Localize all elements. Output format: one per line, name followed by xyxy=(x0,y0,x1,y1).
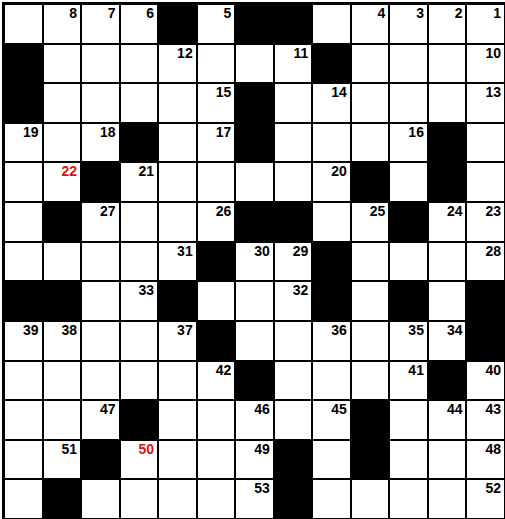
cell-r4c0[interactable] xyxy=(5,163,42,201)
cell-r5c2[interactable]: 27 xyxy=(82,203,119,241)
cell-r12c4[interactable] xyxy=(159,480,196,518)
clue-number-15: 15 xyxy=(216,84,232,100)
cell-r0c8[interactable] xyxy=(313,5,350,43)
cell-r6c3[interactable] xyxy=(121,243,158,281)
cell-r5c8[interactable] xyxy=(313,203,350,241)
cell-r4c10[interactable] xyxy=(390,163,427,201)
cell-r9c7[interactable] xyxy=(275,362,312,400)
cell-r0c0[interactable] xyxy=(5,5,42,43)
cell-r12c5[interactable] xyxy=(198,480,235,518)
cell-r1c7[interactable]: 11 xyxy=(275,45,312,83)
clue-number-24: 24 xyxy=(447,203,463,219)
cell-r1c2[interactable] xyxy=(82,45,119,83)
black-cell-r8c12 xyxy=(467,322,504,360)
black-cell-r7c0 xyxy=(5,282,42,320)
black-cell-r9c11 xyxy=(429,362,466,400)
cell-r3c12[interactable] xyxy=(467,124,504,162)
cell-r12c9[interactable] xyxy=(352,480,389,518)
cell-r6c11[interactable] xyxy=(429,243,466,281)
cell-r10c1[interactable] xyxy=(44,401,81,439)
clue-number-13: 13 xyxy=(485,84,501,100)
cell-r5c0[interactable] xyxy=(5,203,42,241)
black-cell-r5c7 xyxy=(275,203,312,241)
clue-number-17: 17 xyxy=(216,124,232,140)
cell-r10c0[interactable] xyxy=(5,401,42,439)
clue-number-35: 35 xyxy=(408,322,424,338)
cell-r9c5[interactable]: 42 xyxy=(198,362,235,400)
black-cell-r7c4 xyxy=(159,282,196,320)
cell-r2c9[interactable] xyxy=(352,84,389,122)
black-cell-r3c11 xyxy=(429,124,466,162)
clue-number-28: 28 xyxy=(485,243,501,259)
clue-number-48: 48 xyxy=(485,441,501,457)
cell-r10c5[interactable] xyxy=(198,401,235,439)
cell-r6c7[interactable]: 29 xyxy=(275,243,312,281)
clue-number-16: 16 xyxy=(408,124,424,140)
black-cell-r2c6 xyxy=(236,84,273,122)
clue-number-7: 7 xyxy=(108,5,116,21)
black-cell-r3c3 xyxy=(121,124,158,162)
cell-r7c6[interactable] xyxy=(236,282,273,320)
clue-number-47: 47 xyxy=(100,401,116,417)
cell-r9c1[interactable] xyxy=(44,362,81,400)
cell-r11c10[interactable] xyxy=(390,441,427,479)
cell-r10c12[interactable]: 43 xyxy=(467,401,504,439)
cell-r1c3[interactable] xyxy=(121,45,158,83)
page: 8765432112111015141319181716222120272625… xyxy=(0,0,505,519)
cell-r10c2[interactable]: 47 xyxy=(82,401,119,439)
cell-r7c5[interactable] xyxy=(198,282,235,320)
cell-r11c4[interactable] xyxy=(159,441,196,479)
cell-r6c0[interactable] xyxy=(5,243,42,281)
cell-r6c1[interactable] xyxy=(44,243,81,281)
black-cell-r7c12 xyxy=(467,282,504,320)
cell-r10c8[interactable]: 45 xyxy=(313,401,350,439)
black-cell-r7c10 xyxy=(390,282,427,320)
cell-r12c10[interactable] xyxy=(390,480,427,518)
cell-r2c3[interactable] xyxy=(121,84,158,122)
black-cell-r6c8 xyxy=(313,243,350,281)
cell-r11c6[interactable]: 49 xyxy=(236,441,273,479)
cell-r8c10[interactable]: 35 xyxy=(390,322,427,360)
cell-r4c1[interactable]: 22 xyxy=(44,163,81,201)
clue-number-12: 12 xyxy=(177,45,193,61)
cell-r1c1[interactable] xyxy=(44,45,81,83)
cell-r12c12[interactable]: 52 xyxy=(467,480,504,518)
cell-r0c10[interactable]: 3 xyxy=(390,5,427,43)
cell-r1c10[interactable] xyxy=(390,45,427,83)
cell-r12c3[interactable] xyxy=(121,480,158,518)
black-cell-r3c6 xyxy=(236,124,273,162)
clue-number-8: 8 xyxy=(69,5,77,21)
black-cell-r11c7 xyxy=(275,441,312,479)
cell-r11c12[interactable]: 48 xyxy=(467,441,504,479)
black-cell-r8c5 xyxy=(198,322,235,360)
clue-number-3: 3 xyxy=(416,5,424,21)
cell-r1c12[interactable]: 10 xyxy=(467,45,504,83)
clue-number-49: 49 xyxy=(254,441,270,457)
cell-r5c12[interactable]: 23 xyxy=(467,203,504,241)
black-cell-r0c4 xyxy=(159,5,196,43)
cell-r2c10[interactable] xyxy=(390,84,427,122)
cell-r3c9[interactable] xyxy=(352,124,389,162)
cell-r8c3[interactable] xyxy=(121,322,158,360)
cell-r5c5[interactable]: 26 xyxy=(198,203,235,241)
clue-number-39: 39 xyxy=(23,322,39,338)
clue-number-32: 32 xyxy=(293,282,309,298)
cell-r1c9[interactable] xyxy=(352,45,389,83)
clue-number-52: 52 xyxy=(485,480,501,496)
clue-number-43: 43 xyxy=(485,401,501,417)
cell-r6c12[interactable]: 28 xyxy=(467,243,504,281)
clue-number-41: 41 xyxy=(408,362,424,378)
cell-r0c5[interactable]: 5 xyxy=(198,5,235,43)
cell-r11c1[interactable]: 51 xyxy=(44,441,81,479)
clue-number-27: 27 xyxy=(100,203,116,219)
black-cell-r5c1 xyxy=(44,203,81,241)
cell-r9c4[interactable] xyxy=(159,362,196,400)
black-cell-r4c2 xyxy=(82,163,119,201)
black-cell-r4c9 xyxy=(352,163,389,201)
clue-number-21: 21 xyxy=(139,163,155,179)
clue-number-31: 31 xyxy=(177,243,193,259)
cell-r0c3[interactable]: 6 xyxy=(121,5,158,43)
cell-r3c10[interactable]: 16 xyxy=(390,124,427,162)
cell-r8c4[interactable]: 37 xyxy=(159,322,196,360)
cell-r2c11[interactable] xyxy=(429,84,466,122)
clue-number-14: 14 xyxy=(331,84,347,100)
clue-number-30: 30 xyxy=(254,243,270,259)
cell-r4c12[interactable] xyxy=(467,163,504,201)
cell-r5c9[interactable]: 25 xyxy=(352,203,389,241)
clue-number-38: 38 xyxy=(61,322,77,338)
cell-r4c6[interactable] xyxy=(236,163,273,201)
cell-r1c11[interactable] xyxy=(429,45,466,83)
cell-r5c4[interactable] xyxy=(159,203,196,241)
cell-r9c12[interactable]: 40 xyxy=(467,362,504,400)
cell-r8c1[interactable]: 38 xyxy=(44,322,81,360)
cell-r7c9[interactable] xyxy=(352,282,389,320)
cell-r9c8[interactable] xyxy=(313,362,350,400)
cell-r4c8[interactable]: 20 xyxy=(313,163,350,201)
clue-number-42: 42 xyxy=(216,362,232,378)
clue-number-37: 37 xyxy=(177,322,193,338)
cell-r2c5[interactable]: 15 xyxy=(198,84,235,122)
clue-number-34: 34 xyxy=(447,322,463,338)
clue-number-36: 36 xyxy=(331,322,347,338)
cell-r6c6[interactable]: 30 xyxy=(236,243,273,281)
black-cell-r7c8 xyxy=(313,282,350,320)
cell-r4c7[interactable] xyxy=(275,163,312,201)
cell-r7c7[interactable]: 32 xyxy=(275,282,312,320)
cell-r2c4[interactable] xyxy=(159,84,196,122)
black-cell-r0c6 xyxy=(236,5,273,43)
clue-number-29: 29 xyxy=(293,243,309,259)
black-cell-r2c0 xyxy=(5,84,42,122)
cell-r0c9[interactable]: 4 xyxy=(352,5,389,43)
clue-number-53: 53 xyxy=(254,480,270,496)
cell-r10c10[interactable] xyxy=(390,401,427,439)
clue-number-25: 25 xyxy=(370,203,386,219)
cell-r9c2[interactable] xyxy=(82,362,119,400)
clue-number-22: 22 xyxy=(61,163,77,179)
cell-r0c12[interactable]: 1 xyxy=(467,5,504,43)
cell-r4c5[interactable] xyxy=(198,163,235,201)
black-cell-r12c7 xyxy=(275,480,312,518)
cell-r10c11[interactable]: 44 xyxy=(429,401,466,439)
cell-r3c4[interactable] xyxy=(159,124,196,162)
cell-r2c8[interactable]: 14 xyxy=(313,84,350,122)
cell-r1c5[interactable] xyxy=(198,45,235,83)
cell-r3c1[interactable] xyxy=(44,124,81,162)
cell-r2c7[interactable] xyxy=(275,84,312,122)
cell-r6c2[interactable] xyxy=(82,243,119,281)
clue-number-2: 2 xyxy=(455,5,463,21)
cell-r11c0[interactable] xyxy=(5,441,42,479)
black-cell-r5c10 xyxy=(390,203,427,241)
black-cell-r6c5 xyxy=(198,243,235,281)
black-cell-r10c3 xyxy=(121,401,158,439)
clue-number-23: 23 xyxy=(485,203,501,219)
cell-r0c1[interactable]: 8 xyxy=(44,5,81,43)
cell-r11c3[interactable]: 50 xyxy=(121,441,158,479)
cell-r9c9[interactable] xyxy=(352,362,389,400)
black-cell-r11c2 xyxy=(82,441,119,479)
crossword-board: 8765432112111015141319181716222120272625… xyxy=(2,2,505,519)
cell-r5c11[interactable]: 24 xyxy=(429,203,466,241)
black-cell-r10c9 xyxy=(352,401,389,439)
cell-r3c2[interactable]: 18 xyxy=(82,124,119,162)
cell-r2c12[interactable]: 13 xyxy=(467,84,504,122)
clue-number-11: 11 xyxy=(293,45,308,61)
cell-r6c4[interactable]: 31 xyxy=(159,243,196,281)
cell-r1c6[interactable] xyxy=(236,45,273,83)
clue-number-10: 10 xyxy=(485,45,501,61)
cell-r9c0[interactable] xyxy=(5,362,42,400)
cell-r10c7[interactable] xyxy=(275,401,312,439)
cell-r8c9[interactable] xyxy=(352,322,389,360)
black-cell-r7c1 xyxy=(44,282,81,320)
black-cell-r1c0 xyxy=(5,45,42,83)
cell-r6c10[interactable] xyxy=(390,243,427,281)
black-cell-r12c1 xyxy=(44,480,81,518)
clue-number-18: 18 xyxy=(100,124,116,140)
cell-r12c0[interactable] xyxy=(5,480,42,518)
cell-r8c8[interactable]: 36 xyxy=(313,322,350,360)
cell-r3c5[interactable]: 17 xyxy=(198,124,235,162)
cell-r0c2[interactable]: 7 xyxy=(82,5,119,43)
cell-r2c1[interactable] xyxy=(44,84,81,122)
clue-number-40: 40 xyxy=(485,362,501,378)
cell-r8c7[interactable] xyxy=(275,322,312,360)
black-cell-r1c8 xyxy=(313,45,350,83)
cell-r12c8[interactable] xyxy=(313,480,350,518)
cell-r12c2[interactable] xyxy=(82,480,119,518)
clue-number-1: 1 xyxy=(493,5,501,21)
black-cell-r0c7 xyxy=(275,5,312,43)
black-cell-r5c6 xyxy=(236,203,273,241)
clue-number-19: 19 xyxy=(23,124,39,140)
cell-r7c2[interactable] xyxy=(82,282,119,320)
clue-number-4: 4 xyxy=(378,5,386,21)
clue-number-50: 50 xyxy=(139,441,155,457)
black-cell-r4c11 xyxy=(429,163,466,201)
cell-r8c11[interactable]: 34 xyxy=(429,322,466,360)
cell-r8c6[interactable] xyxy=(236,322,273,360)
clue-number-51: 51 xyxy=(61,441,77,457)
cell-r12c11[interactable] xyxy=(429,480,466,518)
cell-r10c4[interactable] xyxy=(159,401,196,439)
cell-r3c0[interactable]: 19 xyxy=(5,124,42,162)
cell-r0c11[interactable]: 2 xyxy=(429,5,466,43)
cell-r6c9[interactable] xyxy=(352,243,389,281)
cell-r7c3[interactable]: 33 xyxy=(121,282,158,320)
cell-r2c2[interactable] xyxy=(82,84,119,122)
cell-r8c0[interactable]: 39 xyxy=(5,322,42,360)
cell-r4c4[interactable] xyxy=(159,163,196,201)
cell-r11c11[interactable] xyxy=(429,441,466,479)
cell-r4c3[interactable]: 21 xyxy=(121,163,158,201)
cell-r12c6[interactable]: 53 xyxy=(236,480,273,518)
cell-r3c8[interactable] xyxy=(313,124,350,162)
clue-number-46: 46 xyxy=(254,401,270,417)
cell-r3c7[interactable] xyxy=(275,124,312,162)
cell-r8c2[interactable] xyxy=(82,322,119,360)
clue-number-45: 45 xyxy=(331,401,347,417)
clue-number-20: 20 xyxy=(331,163,347,179)
clue-number-26: 26 xyxy=(216,203,232,219)
cell-r9c3[interactable] xyxy=(121,362,158,400)
cell-r10c6[interactable]: 46 xyxy=(236,401,273,439)
cell-r9c10[interactable]: 41 xyxy=(390,362,427,400)
cell-r11c8[interactable] xyxy=(313,441,350,479)
clue-number-6: 6 xyxy=(146,5,154,21)
cell-r5c3[interactable] xyxy=(121,203,158,241)
clue-number-5: 5 xyxy=(223,5,231,21)
clue-number-33: 33 xyxy=(139,282,155,298)
black-cell-r11c9 xyxy=(352,441,389,479)
cell-r11c5[interactable] xyxy=(198,441,235,479)
cell-r7c11[interactable] xyxy=(429,282,466,320)
clue-number-44: 44 xyxy=(447,401,463,417)
black-cell-r9c6 xyxy=(236,362,273,400)
cell-r1c4[interactable]: 12 xyxy=(159,45,196,83)
